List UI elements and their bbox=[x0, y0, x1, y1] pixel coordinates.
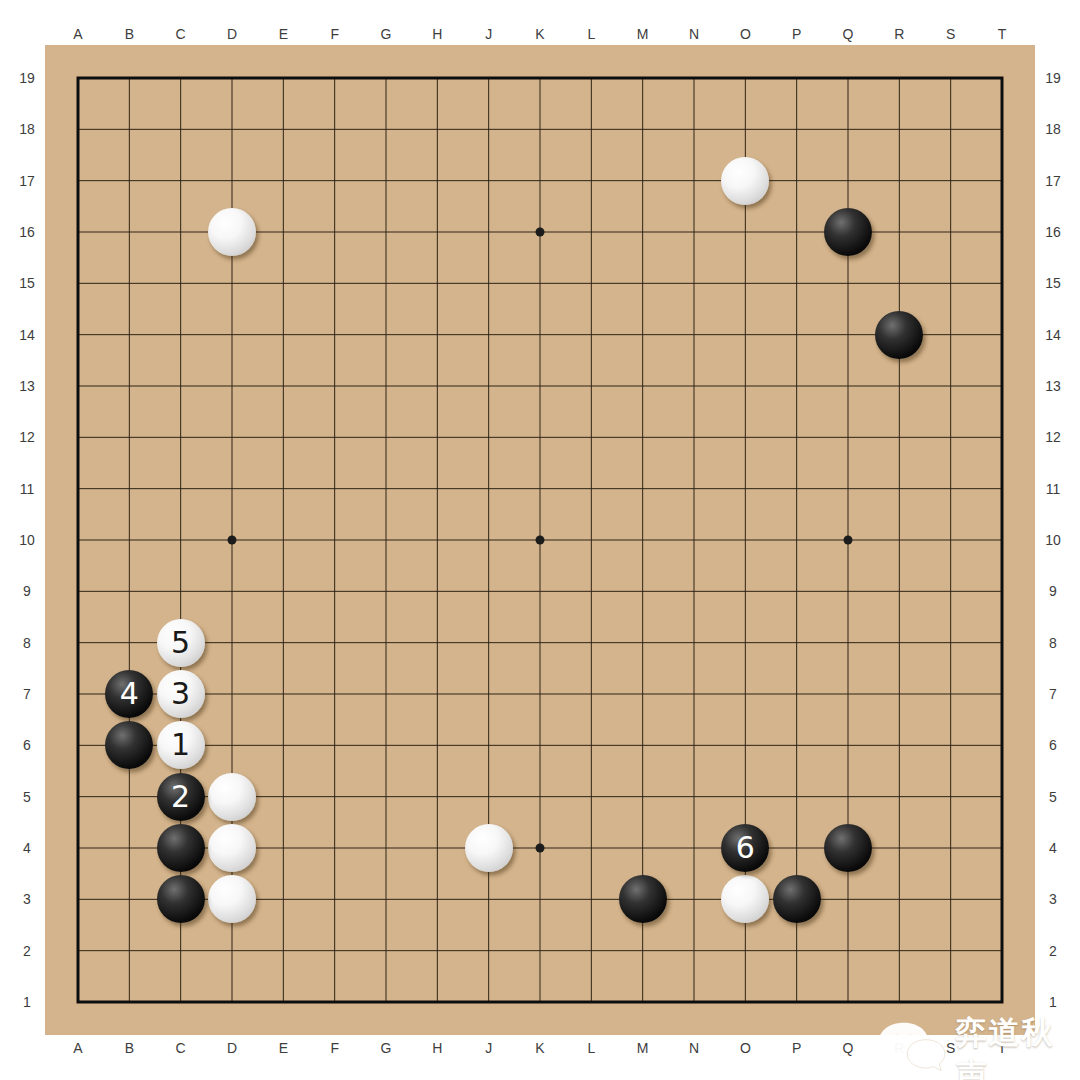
row-label-left-11: 11 bbox=[12, 481, 42, 497]
white-stone-O17 bbox=[721, 157, 769, 205]
col-label-top-K: K bbox=[525, 26, 555, 42]
col-label-top-J: J bbox=[474, 26, 504, 42]
white-stone-C6: 1 bbox=[157, 721, 205, 769]
move-number-label: 3 bbox=[171, 679, 190, 709]
row-label-right-11: 11 bbox=[1038, 481, 1068, 497]
col-label-top-S: S bbox=[936, 26, 966, 42]
black-stone-Q4 bbox=[824, 824, 872, 872]
col-label-top-H: H bbox=[422, 26, 452, 42]
col-label-top-L: L bbox=[576, 26, 606, 42]
board-point-D3 bbox=[206, 874, 257, 925]
board-point-B6 bbox=[104, 720, 155, 771]
black-stone-M3 bbox=[619, 875, 667, 923]
row-label-right-18: 18 bbox=[1038, 121, 1068, 137]
row-label-right-12: 12 bbox=[1038, 429, 1068, 445]
white-stone-D4 bbox=[208, 824, 256, 872]
board-point-C7: 3 bbox=[155, 668, 206, 719]
watermark: 弈道秋声 bbox=[876, 1006, 1080, 1080]
col-label-bottom-P: P bbox=[782, 1040, 812, 1056]
col-label-bottom-L: L bbox=[576, 1040, 606, 1056]
row-label-left-3: 3 bbox=[12, 891, 42, 907]
black-stone-C3 bbox=[157, 875, 205, 923]
col-label-bottom-N: N bbox=[679, 1040, 709, 1056]
row-label-left-14: 14 bbox=[12, 327, 42, 343]
row-label-right-14: 14 bbox=[1038, 327, 1068, 343]
black-stone-B7: 4 bbox=[105, 670, 153, 718]
col-label-bottom-O: O bbox=[730, 1040, 760, 1056]
row-label-right-6: 6 bbox=[1038, 737, 1068, 753]
board-point-J4 bbox=[463, 822, 514, 873]
col-label-bottom-B: B bbox=[114, 1040, 144, 1056]
row-label-right-10: 10 bbox=[1038, 532, 1068, 548]
board-point-C3 bbox=[155, 874, 206, 925]
black-stone-O4: 6 bbox=[721, 824, 769, 872]
row-label-right-7: 7 bbox=[1038, 686, 1068, 702]
board-point-O4: 6 bbox=[720, 822, 771, 873]
row-label-left-10: 10 bbox=[12, 532, 42, 548]
col-label-top-G: G bbox=[371, 26, 401, 42]
move-number-label: 5 bbox=[171, 628, 190, 658]
row-label-right-16: 16 bbox=[1038, 224, 1068, 240]
watermark-text: 弈道秋声 bbox=[955, 1012, 1080, 1080]
row-label-left-13: 13 bbox=[12, 378, 42, 394]
row-label-left-4: 4 bbox=[12, 840, 42, 856]
white-stone-D5 bbox=[208, 773, 256, 821]
board-point-B7: 4 bbox=[104, 668, 155, 719]
col-label-top-N: N bbox=[679, 26, 709, 42]
col-label-top-O: O bbox=[730, 26, 760, 42]
row-label-left-6: 6 bbox=[12, 737, 42, 753]
board-point-C6: 1 bbox=[155, 720, 206, 771]
col-label-bottom-M: M bbox=[628, 1040, 658, 1056]
row-label-left-2: 2 bbox=[12, 943, 42, 959]
row-label-right-15: 15 bbox=[1038, 275, 1068, 291]
move-number-label: 1 bbox=[171, 730, 190, 760]
row-label-right-13: 13 bbox=[1038, 378, 1068, 394]
wechat-icon bbox=[876, 1019, 953, 1080]
white-stone-D3 bbox=[208, 875, 256, 923]
col-label-bottom-A: A bbox=[63, 1040, 93, 1056]
black-stone-B6 bbox=[105, 721, 153, 769]
row-label-right-5: 5 bbox=[1038, 789, 1068, 805]
board-point-D5 bbox=[206, 771, 257, 822]
col-label-top-R: R bbox=[884, 26, 914, 42]
row-label-left-12: 12 bbox=[12, 429, 42, 445]
row-label-left-5: 5 bbox=[12, 789, 42, 805]
black-stone-C5: 2 bbox=[157, 773, 205, 821]
row-label-right-2: 2 bbox=[1038, 943, 1068, 959]
row-label-left-8: 8 bbox=[12, 635, 42, 651]
row-label-right-17: 17 bbox=[1038, 173, 1068, 189]
col-label-bottom-K: K bbox=[525, 1040, 555, 1056]
board-point-O17 bbox=[720, 155, 771, 206]
col-label-bottom-D: D bbox=[217, 1040, 247, 1056]
board-point-Q4 bbox=[822, 822, 873, 873]
board-point-R14 bbox=[874, 309, 925, 360]
white-stone-O3 bbox=[721, 875, 769, 923]
row-label-right-8: 8 bbox=[1038, 635, 1068, 651]
col-label-bottom-G: G bbox=[371, 1040, 401, 1056]
col-label-bottom-H: H bbox=[422, 1040, 452, 1056]
row-label-left-7: 7 bbox=[12, 686, 42, 702]
col-label-bottom-Q: Q bbox=[833, 1040, 863, 1056]
black-stone-R14 bbox=[875, 311, 923, 359]
white-stone-C7: 3 bbox=[157, 670, 205, 718]
col-label-top-P: P bbox=[782, 26, 812, 42]
board-point-C4 bbox=[155, 822, 206, 873]
board-point-C8: 5 bbox=[155, 617, 206, 668]
col-label-bottom-C: C bbox=[166, 1040, 196, 1056]
move-number-label: 2 bbox=[171, 782, 190, 812]
col-label-bottom-F: F bbox=[320, 1040, 350, 1056]
board-point-P3 bbox=[771, 874, 822, 925]
row-label-right-19: 19 bbox=[1038, 70, 1068, 86]
white-stone-J4 bbox=[465, 824, 513, 872]
col-label-top-B: B bbox=[114, 26, 144, 42]
row-label-right-4: 4 bbox=[1038, 840, 1068, 856]
row-label-left-17: 17 bbox=[12, 173, 42, 189]
row-label-left-16: 16 bbox=[12, 224, 42, 240]
white-stone-C8: 5 bbox=[157, 619, 205, 667]
col-label-top-M: M bbox=[628, 26, 658, 42]
board-point-C5: 2 bbox=[155, 771, 206, 822]
row-label-left-18: 18 bbox=[12, 121, 42, 137]
col-label-bottom-E: E bbox=[268, 1040, 298, 1056]
col-label-top-Q: Q bbox=[833, 26, 863, 42]
row-label-left-15: 15 bbox=[12, 275, 42, 291]
row-label-left-9: 9 bbox=[12, 583, 42, 599]
black-stone-Q16 bbox=[824, 208, 872, 256]
stone-grid: 531426 bbox=[52, 52, 1027, 1027]
go-diagram: ABCDEFGHJKLMNOPQRST ABCDEFGHJKLMNOPQRST … bbox=[0, 0, 1080, 1080]
board-point-D16 bbox=[206, 206, 257, 257]
move-number-label: 6 bbox=[736, 833, 755, 863]
row-label-right-3: 3 bbox=[1038, 891, 1068, 907]
white-stone-D16 bbox=[208, 208, 256, 256]
board-point-O3 bbox=[720, 874, 771, 925]
board-point-M3 bbox=[617, 874, 668, 925]
col-label-top-T: T bbox=[987, 26, 1017, 42]
move-number-label: 4 bbox=[120, 679, 139, 709]
row-label-right-9: 9 bbox=[1038, 583, 1068, 599]
col-label-bottom-J: J bbox=[474, 1040, 504, 1056]
board-point-Q16 bbox=[822, 206, 873, 257]
col-label-top-A: A bbox=[63, 26, 93, 42]
black-stone-C4 bbox=[157, 824, 205, 872]
row-label-left-1: 1 bbox=[12, 994, 42, 1010]
black-stone-P3 bbox=[773, 875, 821, 923]
go-board: 531426 bbox=[45, 45, 1035, 1035]
col-label-top-F: F bbox=[320, 26, 350, 42]
board-point-D4 bbox=[206, 822, 257, 873]
col-label-top-E: E bbox=[268, 26, 298, 42]
row-label-left-19: 19 bbox=[12, 70, 42, 86]
col-label-top-C: C bbox=[166, 26, 196, 42]
col-label-top-D: D bbox=[217, 26, 247, 42]
